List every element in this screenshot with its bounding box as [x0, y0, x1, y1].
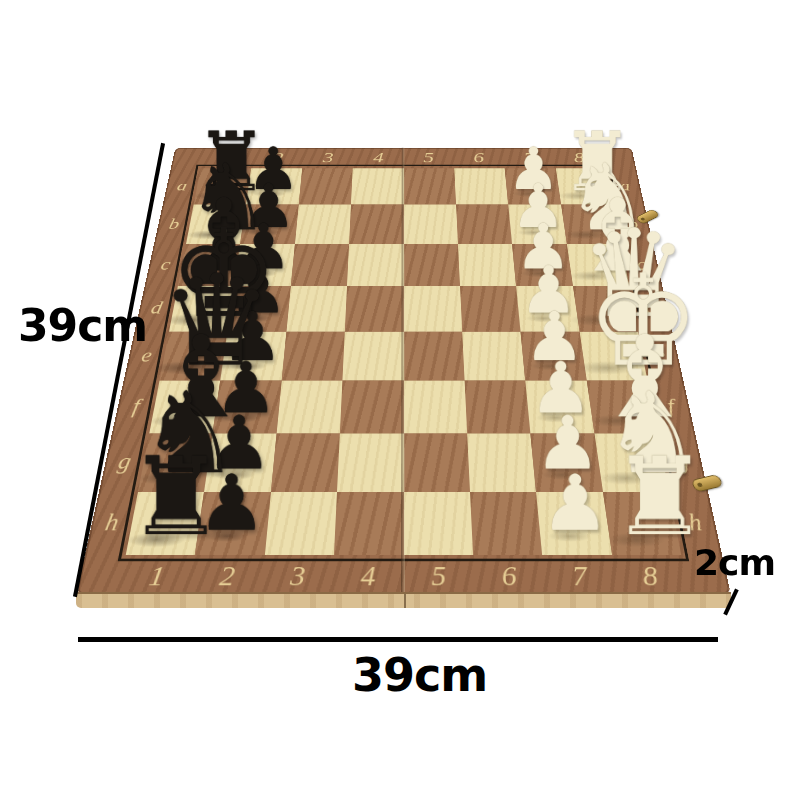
square-h4 [334, 492, 403, 555]
col-label-bottom-7: 7 [543, 561, 617, 590]
piece-shadow [530, 361, 570, 370]
piece-shadow [562, 230, 610, 240]
col-label-bottom-1: 1 [119, 561, 194, 590]
square-b1: ♞ [186, 205, 246, 244]
square-c4 [347, 244, 403, 286]
col-label-top-3: 3 [302, 150, 353, 165]
piece-shadow [568, 313, 630, 326]
row-label-left-h: h [91, 492, 133, 555]
square-b5 [404, 205, 458, 244]
square-f5 [404, 380, 468, 433]
dimension-width-label: 39cm [352, 648, 487, 702]
piece-shadow [177, 271, 227, 281]
piece-shadow [535, 413, 577, 423]
piece-shadow [557, 192, 604, 201]
col-label-bottom-8: 8 [613, 561, 688, 590]
square-e8: ♚ [579, 331, 647, 380]
square-b7: ♟ [508, 205, 566, 244]
piece-shadow [221, 413, 263, 423]
square-g1: ♞ [138, 434, 213, 492]
clasp-icon [635, 209, 661, 225]
col-label-bottom-5: 5 [404, 561, 475, 590]
piece-shadow [520, 270, 557, 278]
square-e4 [343, 331, 404, 380]
square-g5 [404, 434, 470, 492]
square-f2: ♟ [213, 380, 282, 433]
square-g2: ♟ [204, 434, 276, 492]
piece-shadow [525, 314, 563, 322]
row-label-right-b: b [618, 205, 649, 244]
edge-fold-seam [404, 594, 406, 608]
col-label-bottom-4: 4 [332, 561, 403, 590]
row-label-right-a: a [611, 168, 640, 205]
square-a1: ♜ [194, 168, 252, 205]
square-e5 [404, 331, 465, 380]
square-b8: ♞ [561, 205, 621, 244]
square-e3 [282, 331, 345, 380]
board-scene: ♜♟♟♜♞♟♟♞♝♟♟♝♚♟♟♛♛♟♟♚♝♟♟♝♞♟♟♞♜♟♟♜ aabbccd… [76, 146, 731, 595]
square-c6 [458, 244, 516, 286]
square-b3 [295, 205, 351, 244]
col-label-top-8: 8 [553, 150, 606, 165]
square-f1: ♝ [149, 380, 220, 433]
square-g8: ♞ [594, 434, 669, 492]
square-c7: ♟ [512, 244, 572, 286]
piece-shadow [125, 532, 187, 547]
square-g4 [337, 434, 403, 492]
row-label-left-f: f [117, 380, 154, 433]
board-side-edge [76, 592, 731, 608]
piece-shadow [597, 471, 656, 485]
square-f4 [340, 380, 404, 433]
square-a8: ♜ [556, 168, 614, 205]
square-d2: ♟ [228, 286, 291, 331]
col-label-top-2: 2 [252, 150, 304, 165]
square-a2: ♟ [246, 168, 302, 205]
col-label-top-1: 1 [201, 150, 254, 165]
col-label-bottom-2: 2 [190, 561, 264, 590]
piece-black-pawn: ♟ [247, 142, 299, 196]
clasp-pin-icon [640, 217, 645, 221]
piece-shadow [228, 361, 268, 370]
row-label-right-e: e [643, 331, 678, 380]
square-b4 [349, 205, 403, 244]
square-h3 [265, 492, 338, 555]
square-e2: ♟ [221, 331, 287, 380]
dimension-thickness-label: 2cm [694, 542, 775, 583]
col-label-top-5: 5 [404, 150, 455, 165]
square-g3 [271, 434, 340, 492]
square-c3 [291, 244, 349, 286]
square-h1: ♜ [126, 492, 205, 555]
square-h7: ♟ [536, 492, 612, 555]
dimension-height-label: 39cm [18, 300, 147, 351]
col-label-top-7: 7 [503, 150, 555, 165]
square-h6 [470, 492, 543, 555]
piece-shadow [516, 229, 552, 236]
square-f6 [464, 380, 530, 433]
square-a6 [454, 168, 508, 205]
piece-shadow [235, 314, 273, 322]
square-a7: ♟ [505, 168, 561, 205]
square-f3 [276, 380, 342, 433]
square-c1: ♝ [178, 244, 241, 286]
square-c8: ♝ [567, 244, 630, 286]
square-d6 [460, 286, 521, 331]
row-label-right-f: f [653, 380, 690, 433]
piece-black-rook: ♜ [195, 125, 247, 200]
square-a5 [404, 168, 456, 205]
piece-shadow [192, 192, 239, 201]
piece-shadow [204, 530, 250, 542]
piece-shadow [148, 415, 205, 428]
piece-shadow [162, 313, 224, 326]
row-label-left-c: c [149, 244, 181, 286]
row-label-right-d: d [634, 286, 668, 331]
fold-seam [401, 148, 405, 595]
col-label-top-6: 6 [453, 150, 504, 165]
square-a3 [299, 168, 353, 205]
square-c2: ♟ [234, 244, 294, 286]
square-b2: ♟ [240, 205, 298, 244]
piece-shadow [241, 270, 278, 278]
square-d4 [345, 286, 404, 331]
square-e6 [462, 331, 525, 380]
piece-shadow [589, 415, 646, 428]
piece-shadow [185, 230, 233, 240]
piece-shadow [547, 530, 593, 542]
dimension-line-width [78, 637, 718, 642]
row-label-right-c: c [626, 244, 658, 286]
square-d8: ♛ [573, 286, 638, 331]
row-label-left-b: b [159, 205, 190, 244]
square-e1: ♛ [160, 331, 228, 380]
piece-white-pawn: ♟ [541, 469, 610, 540]
square-d1: ♚ [169, 286, 234, 331]
square-d3 [286, 286, 347, 331]
piece-shadow [247, 229, 283, 236]
piece-shadow [137, 471, 197, 485]
square-c5 [404, 244, 460, 286]
piece-shadow [252, 191, 286, 198]
col-label-bottom-3: 3 [261, 561, 334, 590]
clasp-pin-icon [697, 482, 703, 487]
piece-shadow [512, 191, 546, 198]
row-label-left-a: a [167, 168, 196, 205]
piece-white-pawn: ♟ [508, 142, 560, 196]
square-f8: ♝ [586, 380, 657, 433]
piece-shadow [213, 469, 257, 480]
col-label-top-4: 4 [353, 150, 404, 165]
square-h8: ♜ [603, 492, 682, 555]
square-e7: ♟ [521, 331, 587, 380]
piece-white-rook: ♜ [560, 125, 612, 200]
square-a4 [351, 168, 403, 205]
piece-shadow [568, 271, 618, 281]
square-g7: ♟ [531, 434, 603, 492]
chess-board: ♜♟♟♜♞♟♟♞♝♟♟♝♚♟♟♛♛♟♟♚♝♟♟♝♞♟♟♞♜♟♟♜ aabbccd… [76, 148, 731, 595]
square-d5 [404, 286, 463, 331]
product-photo: ♜♟♟♜♞♟♟♞♝♟♟♝♚♟♟♛♛♟♟♚♝♟♟♝♞♟♟♞♜♟♟♜ aabbccd… [0, 0, 800, 800]
row-label-left-g: g [105, 434, 144, 492]
square-h2: ♟ [195, 492, 271, 555]
square-b6 [456, 205, 512, 244]
piece-black-pawn: ♟ [197, 469, 266, 540]
square-g6 [467, 434, 536, 492]
square-h5 [404, 492, 473, 555]
col-label-bottom-6: 6 [473, 561, 546, 590]
square-f7: ♟ [525, 380, 594, 433]
piece-shadow [606, 532, 668, 547]
square-d7: ♟ [516, 286, 579, 331]
piece-shadow [575, 361, 640, 375]
piece-shadow [541, 469, 584, 480]
clasp-icon [690, 474, 723, 493]
piece-shadow [152, 361, 217, 375]
